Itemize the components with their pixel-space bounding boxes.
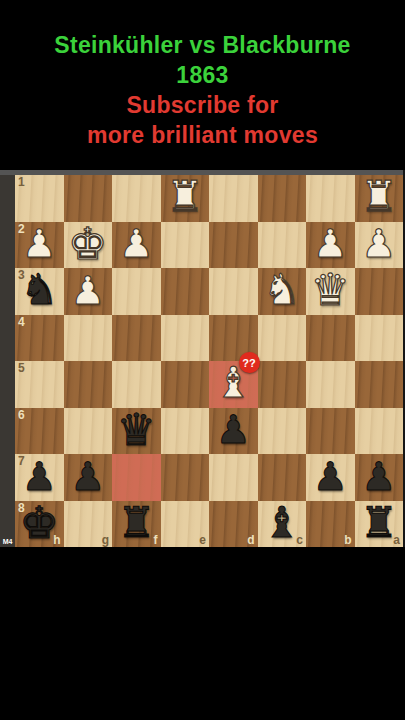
black-pawn: ♟ bbox=[313, 457, 348, 496]
square-d2[interactable] bbox=[209, 222, 258, 269]
subscribe-text-line2: more brilliant moves bbox=[0, 120, 405, 150]
square-b2[interactable]: ♟ bbox=[306, 222, 355, 269]
file-label-b: b bbox=[344, 534, 351, 547]
square-h1[interactable]: 1 bbox=[15, 175, 64, 222]
file-label-e: e bbox=[199, 534, 206, 547]
black-king: ♚ bbox=[20, 501, 59, 545]
square-e7[interactable] bbox=[161, 454, 210, 501]
square-g8[interactable]: g bbox=[64, 501, 113, 548]
evaluation-bar: M4 bbox=[0, 175, 15, 547]
square-e1[interactable]: ♜ bbox=[161, 175, 210, 222]
square-a7[interactable]: ♟ bbox=[355, 454, 404, 501]
white-pawn: ♟ bbox=[119, 224, 154, 263]
video-frame: Steinkühler vs Blackburne 1863 Subscribe… bbox=[0, 0, 405, 720]
black-pawn: ♟ bbox=[22, 457, 57, 496]
square-g4[interactable] bbox=[64, 315, 113, 362]
black-knight: ♞ bbox=[20, 269, 58, 311]
square-b7[interactable]: ♟ bbox=[306, 454, 355, 501]
evaluation-label: M4 bbox=[0, 538, 15, 545]
square-a5[interactable] bbox=[355, 361, 404, 408]
white-pawn: ♟ bbox=[361, 224, 396, 263]
black-rook: ♜ bbox=[117, 502, 155, 544]
black-queen: ♛ bbox=[117, 408, 156, 452]
white-pawn: ♟ bbox=[22, 224, 57, 263]
white-king: ♚ bbox=[68, 222, 107, 266]
square-c2[interactable] bbox=[258, 222, 307, 269]
square-e4[interactable] bbox=[161, 315, 210, 362]
square-c7[interactable] bbox=[258, 454, 307, 501]
square-g6[interactable] bbox=[64, 408, 113, 455]
black-bishop: ♝ bbox=[263, 502, 301, 544]
square-b5[interactable] bbox=[306, 361, 355, 408]
square-d1[interactable] bbox=[209, 175, 258, 222]
black-pawn: ♟ bbox=[216, 410, 251, 449]
square-e3[interactable] bbox=[161, 268, 210, 315]
file-label-d: d bbox=[247, 534, 254, 547]
white-pawn: ♟ bbox=[70, 271, 105, 310]
square-a4[interactable] bbox=[355, 315, 404, 362]
square-h4[interactable]: 4 bbox=[15, 315, 64, 362]
white-knight: ♞ bbox=[263, 269, 301, 311]
square-c1[interactable] bbox=[258, 175, 307, 222]
square-d8[interactable]: d bbox=[209, 501, 258, 548]
square-f3[interactable] bbox=[112, 268, 161, 315]
white-pawn: ♟ bbox=[313, 224, 348, 263]
square-d3[interactable] bbox=[209, 268, 258, 315]
square-b3[interactable]: ♛ bbox=[306, 268, 355, 315]
black-rook: ♜ bbox=[360, 502, 398, 544]
white-rook: ♜ bbox=[166, 176, 204, 218]
title-block: Steinkühler vs Blackburne 1863 Subscribe… bbox=[0, 30, 405, 150]
square-g3[interactable]: ♟ bbox=[64, 268, 113, 315]
rank-label-5: 5 bbox=[18, 362, 25, 374]
square-e5[interactable] bbox=[161, 361, 210, 408]
square-d7[interactable] bbox=[209, 454, 258, 501]
square-h6[interactable]: 6 bbox=[15, 408, 64, 455]
square-a2[interactable]: ♟ bbox=[355, 222, 404, 269]
square-h2[interactable]: 2♟ bbox=[15, 222, 64, 269]
square-g5[interactable] bbox=[64, 361, 113, 408]
square-a8[interactable]: a♜ bbox=[355, 501, 404, 548]
rank-label-4: 4 bbox=[18, 316, 25, 328]
subscribe-text-line1: Subscribe for bbox=[0, 90, 405, 120]
square-f2[interactable]: ♟ bbox=[112, 222, 161, 269]
square-c3[interactable]: ♞ bbox=[258, 268, 307, 315]
square-a3[interactable] bbox=[355, 268, 404, 315]
square-e2[interactable] bbox=[161, 222, 210, 269]
square-c4[interactable] bbox=[258, 315, 307, 362]
square-b1[interactable] bbox=[306, 175, 355, 222]
square-h7[interactable]: 7♟ bbox=[15, 454, 64, 501]
square-h5[interactable]: 5 bbox=[15, 361, 64, 408]
square-e6[interactable] bbox=[161, 408, 210, 455]
square-f1[interactable] bbox=[112, 175, 161, 222]
square-g2[interactable]: ♚ bbox=[64, 222, 113, 269]
square-d6[interactable]: ♟ bbox=[209, 408, 258, 455]
square-b6[interactable] bbox=[306, 408, 355, 455]
game-title-line1: Steinkühler vs Blackburne bbox=[0, 30, 405, 60]
square-f4[interactable] bbox=[112, 315, 161, 362]
square-d5[interactable]: ♝?? bbox=[209, 361, 258, 408]
square-c8[interactable]: c♝ bbox=[258, 501, 307, 548]
square-f5[interactable] bbox=[112, 361, 161, 408]
rank-label-6: 6 bbox=[18, 409, 25, 421]
square-c5[interactable] bbox=[258, 361, 307, 408]
chess-board: 1♜♜2♟♚♟♟♟3♞♟♞♛45♝??6♛♟7♟♟♟♟8h♚gf♜edc♝ba♜ bbox=[15, 175, 403, 547]
black-pawn: ♟ bbox=[70, 457, 105, 496]
file-label-g: g bbox=[102, 534, 109, 547]
square-f8[interactable]: f♜ bbox=[112, 501, 161, 548]
black-pawn: ♟ bbox=[361, 457, 396, 496]
square-e8[interactable]: e bbox=[161, 501, 210, 548]
square-b8[interactable]: b bbox=[306, 501, 355, 548]
square-g7[interactable]: ♟ bbox=[64, 454, 113, 501]
square-b4[interactable] bbox=[306, 315, 355, 362]
white-queen: ♛ bbox=[311, 268, 350, 312]
square-g1[interactable] bbox=[64, 175, 113, 222]
square-h3[interactable]: 3♞ bbox=[15, 268, 64, 315]
square-f6[interactable]: ♛ bbox=[112, 408, 161, 455]
blunder-badge: ?? bbox=[239, 352, 260, 373]
white-rook: ♜ bbox=[360, 176, 398, 218]
rank-label-1: 1 bbox=[18, 176, 25, 188]
square-c6[interactable] bbox=[258, 408, 307, 455]
square-f7[interactable] bbox=[112, 454, 161, 501]
game-title-year: 1863 bbox=[0, 60, 405, 90]
square-a6[interactable] bbox=[355, 408, 404, 455]
square-a1[interactable]: ♜ bbox=[355, 175, 404, 222]
square-h8[interactable]: 8h♚ bbox=[15, 501, 64, 548]
